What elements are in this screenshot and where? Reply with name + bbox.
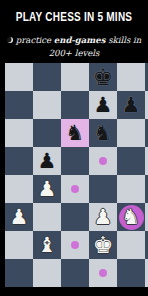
subtitle-bold: end-games xyxy=(54,35,106,45)
chess-board: ♚♟♟♞♞♟♟♟♟♞♝♚ xyxy=(5,63,148,287)
square-c5[interactable] xyxy=(61,147,89,175)
square-a5[interactable] xyxy=(5,147,33,175)
square-b1[interactable] xyxy=(33,259,61,287)
square-e8[interactable] xyxy=(117,63,145,91)
black-knight[interactable]: ♞ xyxy=(61,119,89,147)
square-a8[interactable] xyxy=(5,63,33,91)
square-a3[interactable]: ♟ xyxy=(5,203,33,231)
subtitle-line-1: practice end-games skills in xyxy=(0,33,148,46)
square-f8[interactable] xyxy=(145,63,148,91)
subtitle-line-2: 200+ levels xyxy=(0,46,148,59)
square-e6[interactable] xyxy=(117,119,145,147)
white-bishop[interactable]: ♝ xyxy=(33,231,61,259)
white-king[interactable]: ♚ xyxy=(89,231,117,259)
square-d2[interactable]: ♚ xyxy=(89,231,117,259)
square-c8[interactable] xyxy=(61,63,89,91)
white-knight[interactable]: ♞ xyxy=(117,203,145,231)
square-b4[interactable]: ♟ xyxy=(33,175,61,203)
square-f5[interactable] xyxy=(145,147,148,175)
square-b5[interactable]: ♟ xyxy=(33,147,61,175)
square-e1[interactable] xyxy=(117,259,145,287)
square-e2[interactable] xyxy=(117,231,145,259)
square-c4[interactable] xyxy=(61,175,89,203)
square-e5[interactable] xyxy=(117,147,145,175)
square-b7[interactable] xyxy=(33,91,61,119)
board-grid: ♚♟♟♞♞♟♟♟♟♞♝♚ xyxy=(5,63,148,287)
square-b8[interactable] xyxy=(33,63,61,91)
square-d3[interactable]: ♟ xyxy=(89,203,117,231)
legal-move-dot xyxy=(71,241,79,249)
subtitle-pre: practice xyxy=(16,35,54,45)
legal-move-dot xyxy=(71,185,79,193)
square-d7[interactable]: ♟ xyxy=(89,91,117,119)
legal-move-dot xyxy=(99,157,107,165)
white-pawn[interactable]: ♟ xyxy=(33,175,61,203)
pawn-bullet-icon xyxy=(7,37,13,43)
square-e4[interactable] xyxy=(117,175,145,203)
square-f1[interactable] xyxy=(145,259,148,287)
square-d8[interactable]: ♚ xyxy=(89,63,117,91)
square-a1[interactable] xyxy=(5,259,33,287)
black-pawn[interactable]: ♟ xyxy=(117,91,145,119)
square-b6[interactable] xyxy=(33,119,61,147)
black-pawn[interactable]: ♟ xyxy=(89,91,117,119)
black-king[interactable]: ♚ xyxy=(89,63,117,91)
square-f7[interactable] xyxy=(145,91,148,119)
square-c6[interactable]: ♞ xyxy=(61,119,89,147)
square-c3[interactable] xyxy=(61,203,89,231)
black-pawn[interactable]: ♟ xyxy=(33,147,61,175)
square-d6[interactable]: ♞ xyxy=(89,119,117,147)
square-c2[interactable] xyxy=(61,231,89,259)
square-f2[interactable] xyxy=(145,231,148,259)
square-e7[interactable]: ♟ xyxy=(117,91,145,119)
page-title: PLAY CHESS IN 5 MINS xyxy=(15,9,133,25)
square-d1[interactable] xyxy=(89,259,117,287)
square-b3[interactable] xyxy=(33,203,61,231)
square-a6[interactable] xyxy=(5,119,33,147)
white-pawn[interactable]: ♟ xyxy=(5,203,33,231)
square-f3[interactable] xyxy=(145,203,148,231)
square-a4[interactable] xyxy=(5,175,33,203)
square-f6[interactable] xyxy=(145,119,148,147)
legal-move-dot xyxy=(99,269,107,277)
square-c7[interactable] xyxy=(61,91,89,119)
subtitle-post: skills in xyxy=(106,35,142,45)
square-d4[interactable] xyxy=(89,175,117,203)
square-a7[interactable] xyxy=(5,91,33,119)
square-e3[interactable]: ♞ xyxy=(117,203,145,231)
black-knight[interactable]: ♞ xyxy=(89,119,117,147)
white-pawn[interactable]: ♟ xyxy=(89,203,117,231)
square-c1[interactable] xyxy=(61,259,89,287)
square-d5[interactable] xyxy=(89,147,117,175)
square-b2[interactable]: ♝ xyxy=(33,231,61,259)
square-f4[interactable] xyxy=(145,175,148,203)
square-a2[interactable] xyxy=(5,231,33,259)
